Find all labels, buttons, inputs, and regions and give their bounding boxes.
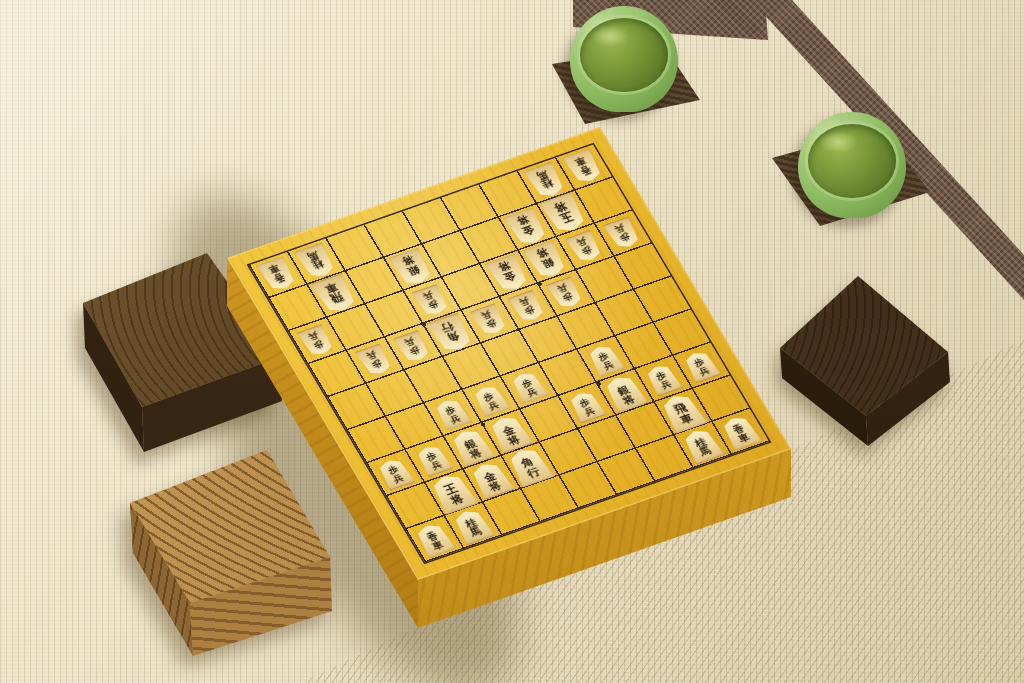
piece-kanji: 兵 [574, 236, 588, 247]
piece-kanji: 兵 [449, 414, 463, 425]
shogi-board: 香車桂馬桂馬香車飛車銀将金将玉将歩兵歩兵金将銀将歩兵歩兵歩兵歩兵角行歩兵歩兵歩兵… [0, 0, 1024, 683]
piece-kanji: 兵 [392, 473, 406, 484]
piece-sente-pawn[interactable]: 歩兵 [431, 396, 472, 431]
piece-gote-pawn[interactable]: 歩兵 [545, 276, 586, 311]
piece-kanji: 馬 [304, 249, 319, 261]
piece-kanji: 兵 [602, 360, 616, 371]
piece-kanji: 車 [678, 412, 695, 426]
piece-kanji: 馬 [534, 169, 549, 181]
piece-sente-pawn[interactable]: 歩兵 [680, 348, 721, 383]
piece-kanji: 兵 [583, 406, 597, 417]
piece-kanji: 将 [468, 447, 484, 460]
piece-kanji: 兵 [364, 349, 378, 360]
piece-kanji: 兵 [430, 460, 444, 471]
piece-gote-pawn[interactable]: 歩兵 [564, 230, 605, 265]
piece-kanji: 兵 [556, 282, 570, 293]
piece-kanji: 兵 [613, 222, 627, 233]
piece-kanji: 兵 [479, 309, 493, 320]
piece-sente-pawn[interactable]: 歩兵 [508, 369, 549, 404]
piece-gote-pawn[interactable]: 歩兵 [469, 303, 510, 338]
piece-sente-pawn[interactable]: 歩兵 [566, 389, 607, 424]
piece-kanji: 将 [506, 433, 522, 446]
piece-sente-pawn[interactable]: 歩兵 [413, 442, 454, 477]
piece-gote-pawn[interactable]: 歩兵 [392, 330, 433, 365]
piece-sente-pawn[interactable]: 歩兵 [584, 342, 625, 377]
piece-kanji: 兵 [698, 366, 712, 377]
piece-kanji: 将 [621, 393, 637, 406]
piece-kanji: 兵 [525, 387, 539, 398]
piece-kanji: 兵 [659, 379, 673, 390]
piece-kanji: 兵 [421, 290, 435, 301]
piece-sente-pawn[interactable]: 歩兵 [374, 456, 415, 491]
piece-kanji: 将 [552, 200, 570, 214]
piece-sente-pawn[interactable]: 歩兵 [470, 383, 511, 418]
piece-kanji: 兵 [307, 330, 321, 341]
piece-gote-pawn[interactable]: 歩兵 [411, 283, 452, 318]
piece-kanji: 馬 [698, 445, 713, 457]
piece-sente-pawn[interactable]: 歩兵 [642, 362, 683, 397]
piece-gote-pawn[interactable]: 歩兵 [507, 290, 548, 325]
piece-kanji: 兵 [517, 296, 531, 307]
piece-kanji: 車 [737, 432, 752, 444]
piece-kanji: 行 [525, 466, 542, 480]
piece-gote-pawn[interactable]: 歩兵 [296, 324, 337, 359]
piece-gote-pawn[interactable]: 歩兵 [354, 343, 395, 378]
piece-sente-lance[interactable]: 香車 [718, 413, 763, 451]
piece-kanji: 車 [431, 539, 446, 551]
piece-kanji: 馬 [469, 526, 484, 538]
piece-kanji: 兵 [403, 336, 417, 347]
scene: 香車桂馬桂馬香車飛車銀将金将玉将歩兵歩兵金将銀将歩兵歩兵歩兵歩兵角行歩兵歩兵歩兵… [0, 0, 1024, 683]
piece-kanji: 将 [449, 493, 467, 507]
piece-kanji: 兵 [487, 400, 501, 411]
piece-kanji: 将 [487, 480, 503, 493]
piece-gote-pawn[interactable]: 歩兵 [602, 216, 643, 251]
